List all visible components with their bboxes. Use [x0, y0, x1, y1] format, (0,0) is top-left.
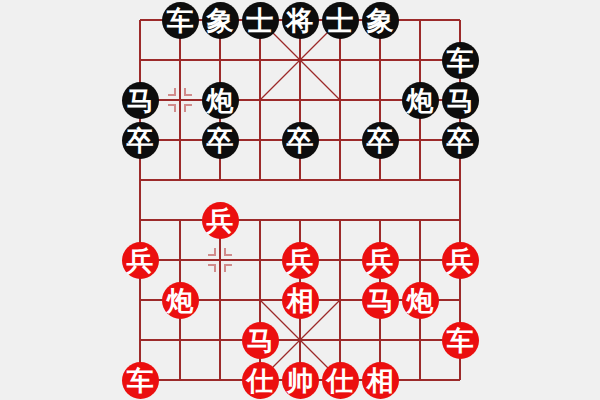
piece-red-elephant[interactable]: 相 [362, 362, 399, 399]
piece-red-soldier[interactable]: 兵 [362, 242, 399, 279]
point-marker [208, 248, 232, 272]
piece-black-soldier[interactable]: 卒 [282, 122, 319, 159]
piece-red-soldier[interactable]: 兵 [202, 202, 239, 239]
point-marker-corner [184, 104, 192, 112]
piece-black-chariot[interactable]: 车 [442, 42, 479, 79]
piece-black-soldier[interactable]: 卒 [202, 122, 239, 159]
point-marker-corner [168, 88, 176, 96]
piece-black-cannon[interactable]: 炮 [202, 82, 239, 119]
piece-red-chariot[interactable]: 车 [122, 362, 159, 399]
piece-red-soldier[interactable]: 兵 [442, 242, 479, 279]
piece-black-cannon[interactable]: 炮 [402, 82, 439, 119]
piece-red-elephant[interactable]: 相 [282, 282, 319, 319]
piece-black-horse[interactable]: 马 [442, 82, 479, 119]
point-marker-corner [208, 248, 216, 256]
xiangqi-app-screen: 车象士将士象车马炮炮马卒卒卒卒卒兵兵兵兵兵炮相马炮马车车仕帅仕相 [0, 0, 600, 400]
piece-red-cannon[interactable]: 炮 [402, 282, 439, 319]
piece-red-general[interactable]: 帅 [282, 362, 319, 399]
piece-red-cannon[interactable]: 炮 [162, 282, 199, 319]
point-marker-corner [184, 88, 192, 96]
piece-red-chariot[interactable]: 车 [442, 322, 479, 359]
piece-red-horse[interactable]: 马 [362, 282, 399, 319]
piece-black-advisor[interactable]: 士 [242, 2, 279, 39]
point-marker-corner [208, 264, 216, 272]
board-grid[interactable]: 车象士将士象车马炮炮马卒卒卒卒卒兵兵兵兵兵炮相马炮马车车仕帅仕相 [120, 0, 480, 400]
point-marker-corner [224, 248, 232, 256]
piece-red-soldier[interactable]: 兵 [282, 242, 319, 279]
piece-black-soldier[interactable]: 卒 [362, 122, 399, 159]
piece-red-advisor[interactable]: 仕 [322, 362, 359, 399]
point-marker-corner [224, 264, 232, 272]
piece-red-advisor[interactable]: 仕 [242, 362, 279, 399]
piece-black-elephant[interactable]: 象 [362, 2, 399, 39]
piece-black-elephant[interactable]: 象 [202, 2, 239, 39]
point-marker [168, 88, 192, 112]
piece-black-horse[interactable]: 马 [122, 82, 159, 119]
piece-red-soldier[interactable]: 兵 [122, 242, 159, 279]
piece-black-soldier[interactable]: 卒 [122, 122, 159, 159]
piece-black-soldier[interactable]: 卒 [442, 122, 479, 159]
piece-black-advisor[interactable]: 士 [322, 2, 359, 39]
piece-black-general[interactable]: 将 [282, 2, 319, 39]
piece-black-chariot[interactable]: 车 [162, 2, 199, 39]
point-marker-corner [168, 104, 176, 112]
piece-red-horse[interactable]: 马 [242, 322, 279, 359]
